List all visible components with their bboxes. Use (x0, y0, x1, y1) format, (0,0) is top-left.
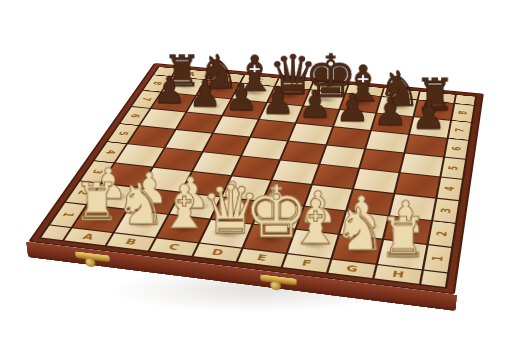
square-e7[interactable]: ♟ (297, 106, 338, 126)
file-label-c-near-text: C (150, 239, 198, 256)
rank-label-2-right: 2 (429, 221, 455, 246)
square-g6[interactable] (366, 131, 408, 152)
file-label-c-near: C (150, 239, 198, 256)
square-f1[interactable]: ♝ (288, 230, 338, 258)
square-d6[interactable] (251, 120, 294, 141)
square-c5[interactable] (204, 134, 249, 156)
clasp-bar-icon (260, 274, 296, 285)
piece-white-knight-g1[interactable]: ♞ (333, 200, 376, 259)
piece-white-king-e1[interactable]: ♚ (244, 176, 287, 248)
clasp-bar-icon (75, 251, 110, 262)
rank-label-3-right: 3 (433, 199, 458, 223)
square-f6[interactable] (328, 127, 370, 148)
square-g1[interactable]: ♞ (333, 235, 382, 264)
piece-black-pawn-g7[interactable]: ♟ (372, 92, 408, 130)
square-c6[interactable] (214, 116, 258, 136)
rank-label-7-right: 7 (449, 121, 471, 140)
chess-board: ABCDEFGH8♜♞♝♛♚♝♞♜87♟♟♟♟♟♟♟♟7665544332♟♟♟… (28, 63, 484, 294)
square-e1[interactable]: ♚ (244, 225, 294, 253)
rank-label-3-right-text: 3 (425, 203, 468, 219)
rank-label-1-right: 1 (424, 245, 451, 272)
piece-white-rook-a1[interactable]: ♜ (73, 175, 115, 228)
piece-white-bishop-f1[interactable]: ♝ (288, 192, 331, 253)
piece-black-pawn-e7[interactable]: ♟ (297, 85, 333, 123)
square-h7[interactable]: ♟ (410, 117, 450, 137)
piece-white-knight-b1[interactable]: ♞ (115, 175, 157, 232)
square-e6[interactable] (289, 123, 332, 144)
file-label-a-near-text: A (64, 228, 112, 245)
chess-set-photo: ABCDEFGH8♜♞♝♛♚♝♞♜87♟♟♟♟♟♟♟♟7665544332♟♟♟… (0, 0, 510, 340)
brass-clasp-left (75, 251, 110, 265)
rank-label-4-right: 4 (438, 178, 462, 200)
border-corner (421, 271, 447, 287)
rank-label-6-right: 6 (445, 139, 468, 159)
file-label-g-near-text: G (328, 260, 375, 278)
piece-black-pawn-d7[interactable]: ♟ (260, 82, 296, 120)
rank-label-5-left: 5 (108, 124, 138, 143)
piece-black-pawn-h7[interactable]: ♟ (410, 96, 447, 135)
square-e5[interactable] (281, 142, 325, 164)
piece-black-pawn-f7[interactable]: ♟ (334, 89, 370, 127)
square-f5[interactable] (321, 145, 365, 167)
rank-label-6-right-text: 6 (437, 142, 476, 155)
rank-label-8-right: 8 (452, 104, 474, 122)
file-label-g-near: G (328, 260, 375, 278)
piece-black-pawn-c7[interactable]: ♟ (224, 78, 260, 115)
piece-black-pawn-a7[interactable]: ♟ (152, 71, 187, 108)
square-f7[interactable]: ♟ (334, 110, 375, 130)
brass-clasp-right (260, 274, 296, 288)
piece-black-pawn-b7[interactable]: ♟ (188, 75, 223, 112)
square-b5[interactable] (166, 130, 212, 151)
square-d5[interactable] (242, 138, 287, 160)
square-g5[interactable] (360, 150, 403, 173)
file-label-a-near: A (64, 228, 112, 245)
piece-white-queen-d1[interactable]: ♛ (200, 176, 243, 243)
square-h5[interactable] (401, 154, 443, 177)
piece-white-rook-h1[interactable]: ♜ (378, 209, 422, 264)
piece-white-bishop-c1[interactable]: ♝ (157, 178, 199, 238)
rank-label-5-right: 5 (441, 158, 465, 179)
square-h1[interactable]: ♜ (378, 240, 426, 269)
